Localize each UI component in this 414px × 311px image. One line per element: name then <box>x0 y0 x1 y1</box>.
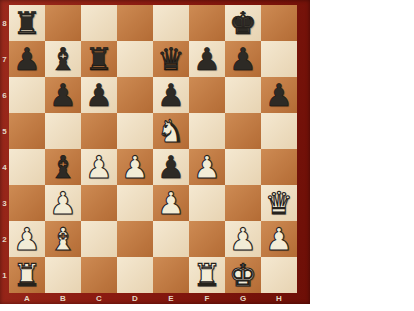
file-label-c: C <box>81 293 117 304</box>
white-knight[interactable]: ♞ <box>153 113 189 149</box>
square-c4[interactable]: ♟ <box>81 149 117 185</box>
square-b2[interactable]: ♝ <box>45 221 81 257</box>
square-g1[interactable]: ♚ <box>225 257 261 293</box>
file-label-e: E <box>153 293 189 304</box>
square-g5[interactable] <box>225 113 261 149</box>
white-pawn[interactable]: ♟ <box>153 185 189 221</box>
square-c7[interactable]: ♜ <box>81 41 117 77</box>
square-g8[interactable]: ♚ <box>225 5 261 41</box>
square-b5[interactable] <box>45 113 81 149</box>
black-pawn[interactable]: ♟ <box>225 41 261 77</box>
black-pawn[interactable]: ♟ <box>153 149 189 185</box>
black-rook[interactable]: ♜ <box>9 5 45 41</box>
square-h3[interactable]: ♛ <box>261 185 297 221</box>
rank-label-8: 8 <box>0 5 9 41</box>
square-f1[interactable]: ♜ <box>189 257 225 293</box>
white-pawn[interactable]: ♟ <box>117 149 153 185</box>
black-king[interactable]: ♚ <box>225 5 261 41</box>
square-a2[interactable]: ♟ <box>9 221 45 257</box>
square-b4[interactable]: ♝ <box>45 149 81 185</box>
white-pawn[interactable]: ♟ <box>81 149 117 185</box>
square-a8[interactable]: ♜ <box>9 5 45 41</box>
square-d2[interactable] <box>117 221 153 257</box>
square-d4[interactable]: ♟ <box>117 149 153 185</box>
white-king[interactable]: ♚ <box>225 257 261 293</box>
square-c5[interactable] <box>81 113 117 149</box>
white-rook[interactable]: ♜ <box>189 257 225 293</box>
square-a3[interactable] <box>9 185 45 221</box>
square-d7[interactable] <box>117 41 153 77</box>
black-pawn[interactable]: ♟ <box>261 77 297 113</box>
square-c6[interactable]: ♟ <box>81 77 117 113</box>
square-b6[interactable]: ♟ <box>45 77 81 113</box>
square-h1[interactable] <box>261 257 297 293</box>
square-b1[interactable] <box>45 257 81 293</box>
rank-label-7: 7 <box>0 41 9 77</box>
square-g6[interactable] <box>225 77 261 113</box>
rank-label-1: 1 <box>0 257 9 293</box>
square-a4[interactable] <box>9 149 45 185</box>
square-h7[interactable] <box>261 41 297 77</box>
white-rook[interactable]: ♜ <box>9 257 45 293</box>
black-bishop[interactable]: ♝ <box>45 41 81 77</box>
square-f7[interactable]: ♟ <box>189 41 225 77</box>
file-label-h: H <box>261 293 297 304</box>
board-grid: ♜♚♟♝♜♛♟♟♟♟♟♟♞♝♟♟♟♟♟♟♛♟♝♟♟♜♜♚ <box>9 5 297 293</box>
file-label-b: B <box>45 293 81 304</box>
square-f6[interactable] <box>189 77 225 113</box>
square-f5[interactable] <box>189 113 225 149</box>
rank-label-4: 4 <box>0 149 9 185</box>
rank-label-5: 5 <box>0 113 9 149</box>
square-h2[interactable]: ♟ <box>261 221 297 257</box>
black-pawn[interactable]: ♟ <box>153 77 189 113</box>
square-f8[interactable] <box>189 5 225 41</box>
square-a5[interactable] <box>9 113 45 149</box>
black-pawn[interactable]: ♟ <box>189 41 225 77</box>
black-pawn[interactable]: ♟ <box>9 41 45 77</box>
rank-label-3: 3 <box>0 185 9 221</box>
square-e2[interactable] <box>153 221 189 257</box>
square-d3[interactable] <box>117 185 153 221</box>
square-d6[interactable] <box>117 77 153 113</box>
square-c3[interactable] <box>81 185 117 221</box>
square-d1[interactable] <box>117 257 153 293</box>
square-f3[interactable] <box>189 185 225 221</box>
black-rook[interactable]: ♜ <box>81 41 117 77</box>
black-bishop[interactable]: ♝ <box>45 149 81 185</box>
white-pawn[interactable]: ♟ <box>261 221 297 257</box>
square-e3[interactable]: ♟ <box>153 185 189 221</box>
file-label-d: D <box>117 293 153 304</box>
square-a1[interactable]: ♜ <box>9 257 45 293</box>
white-pawn[interactable]: ♟ <box>9 221 45 257</box>
square-e8[interactable] <box>153 5 189 41</box>
file-label-g: G <box>225 293 261 304</box>
square-h6[interactable]: ♟ <box>261 77 297 113</box>
square-e4[interactable]: ♟ <box>153 149 189 185</box>
white-pawn[interactable]: ♟ <box>225 221 261 257</box>
file-labels: ABCDEFGH <box>9 293 297 304</box>
square-h8[interactable] <box>261 5 297 41</box>
white-queen[interactable]: ♛ <box>261 185 297 221</box>
white-pawn[interactable]: ♟ <box>189 149 225 185</box>
square-c1[interactable] <box>81 257 117 293</box>
white-pawn[interactable]: ♟ <box>45 185 81 221</box>
square-d5[interactable] <box>117 113 153 149</box>
square-d8[interactable] <box>117 5 153 41</box>
square-h5[interactable] <box>261 113 297 149</box>
white-bishop[interactable]: ♝ <box>45 221 81 257</box>
black-pawn[interactable]: ♟ <box>81 77 117 113</box>
square-e5[interactable]: ♞ <box>153 113 189 149</box>
black-pawn[interactable]: ♟ <box>45 77 81 113</box>
file-label-a: A <box>9 293 45 304</box>
chess-board: 87654321 ♜♚♟♝♜♛♟♟♟♟♟♟♞♝♟♟♟♟♟♟♛♟♝♟♟♜♜♚ AB… <box>0 0 310 304</box>
square-g7[interactable]: ♟ <box>225 41 261 77</box>
square-e7[interactable]: ♛ <box>153 41 189 77</box>
square-a7[interactable]: ♟ <box>9 41 45 77</box>
square-e1[interactable] <box>153 257 189 293</box>
square-g2[interactable]: ♟ <box>225 221 261 257</box>
square-c8[interactable] <box>81 5 117 41</box>
file-label-f: F <box>189 293 225 304</box>
black-queen[interactable]: ♛ <box>153 41 189 77</box>
square-b8[interactable] <box>45 5 81 41</box>
rank-label-2: 2 <box>0 221 9 257</box>
square-g3[interactable] <box>225 185 261 221</box>
square-g4[interactable] <box>225 149 261 185</box>
rank-label-6: 6 <box>0 77 9 113</box>
square-b7[interactable]: ♝ <box>45 41 81 77</box>
square-e6[interactable]: ♟ <box>153 77 189 113</box>
square-b3[interactable]: ♟ <box>45 185 81 221</box>
rank-labels: 87654321 <box>0 5 9 293</box>
square-f2[interactable] <box>189 221 225 257</box>
square-a6[interactable] <box>9 77 45 113</box>
square-f4[interactable]: ♟ <box>189 149 225 185</box>
square-h4[interactable] <box>261 149 297 185</box>
square-c2[interactable] <box>81 221 117 257</box>
